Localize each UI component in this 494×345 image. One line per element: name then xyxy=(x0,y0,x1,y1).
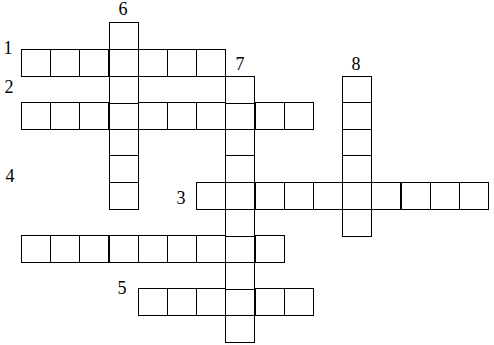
crossword-cell-r10c8[interactable] xyxy=(225,262,255,290)
crossword-board: 12345678 xyxy=(0,0,494,345)
crossword-cell-r6c12[interactable] xyxy=(342,155,372,183)
crossword-cell-r2c5[interactable] xyxy=(138,49,168,77)
crossword-cell-r4c1[interactable] xyxy=(21,102,51,130)
crossword-cell-r6c4[interactable] xyxy=(109,155,139,183)
crossword-cell-r8c12[interactable] xyxy=(342,209,372,237)
crossword-cell-r2c7[interactable] xyxy=(196,49,226,77)
crossword-cell-r7c12[interactable] xyxy=(342,182,372,210)
crossword-cell-r7c10[interactable] xyxy=(284,182,314,210)
crossword-cell-r3c12[interactable] xyxy=(342,76,372,104)
clue-number-1: 1 xyxy=(4,39,13,57)
crossword-cell-r7c15[interactable] xyxy=(430,182,460,210)
crossword-cell-r5c12[interactable] xyxy=(342,129,372,157)
clue-number-2: 2 xyxy=(5,78,14,96)
crossword-cell-r5c4[interactable] xyxy=(109,129,139,157)
crossword-cell-r2c6[interactable] xyxy=(167,49,197,77)
clue-number-8: 8 xyxy=(352,55,361,73)
crossword-cell-r2c2[interactable] xyxy=(50,49,80,77)
crossword-cell-r11c5[interactable] xyxy=(138,288,168,316)
crossword-cell-r12c8[interactable] xyxy=(225,315,255,343)
crossword-cell-r4c4[interactable] xyxy=(109,102,139,130)
clue-number-3: 3 xyxy=(177,189,186,207)
clue-number-5: 5 xyxy=(118,279,127,297)
crossword-cell-r9c8[interactable] xyxy=(225,235,255,263)
crossword-cell-r7c13[interactable] xyxy=(371,182,401,210)
crossword-cell-r4c5[interactable] xyxy=(138,102,168,130)
crossword-cell-r9c3[interactable] xyxy=(79,235,109,263)
crossword-cell-r11c6[interactable] xyxy=(167,288,197,316)
crossword-cell-r3c8[interactable] xyxy=(225,76,255,104)
crossword-cell-r8c8[interactable] xyxy=(225,209,255,237)
crossword-cell-r9c7[interactable] xyxy=(196,235,226,263)
crossword-cell-r6c8[interactable] xyxy=(225,155,255,183)
crossword-cell-r11c10[interactable] xyxy=(284,288,314,316)
crossword-cell-r1c4[interactable] xyxy=(109,22,139,50)
crossword-cell-r4c2[interactable] xyxy=(50,102,80,130)
crossword-cell-r9c2[interactable] xyxy=(50,235,80,263)
crossword-cell-r4c12[interactable] xyxy=(342,102,372,130)
crossword-cell-r11c7[interactable] xyxy=(196,288,226,316)
crossword-cell-r11c8[interactable] xyxy=(225,288,255,316)
crossword-cell-r7c9[interactable] xyxy=(255,182,285,210)
crossword-cell-r9c6[interactable] xyxy=(167,235,197,263)
crossword-cell-r4c7[interactable] xyxy=(196,102,226,130)
crossword-cell-r4c8[interactable] xyxy=(225,102,255,130)
crossword-cell-r7c16[interactable] xyxy=(459,182,489,210)
crossword-cell-r2c4[interactable] xyxy=(109,49,139,77)
crossword-cell-r4c6[interactable] xyxy=(167,102,197,130)
crossword-cell-r9c5[interactable] xyxy=(138,235,168,263)
crossword-cell-r9c9[interactable] xyxy=(255,235,285,263)
clue-number-6: 6 xyxy=(119,0,128,18)
clue-number-4: 4 xyxy=(6,167,15,185)
crossword-cell-r7c8[interactable] xyxy=(225,182,255,210)
crossword-cell-r7c7[interactable] xyxy=(196,182,226,210)
crossword-cell-r4c9[interactable] xyxy=(255,102,285,130)
crossword-cell-r4c3[interactable] xyxy=(79,102,109,130)
crossword-cell-r9c4[interactable] xyxy=(109,235,139,263)
crossword-cell-r2c3[interactable] xyxy=(79,49,109,77)
clue-number-7: 7 xyxy=(236,55,245,73)
crossword-cell-r2c1[interactable] xyxy=(21,49,51,77)
crossword-cell-r7c4[interactable] xyxy=(109,182,139,210)
crossword-cell-r7c11[interactable] xyxy=(313,182,343,210)
crossword-cell-r7c14[interactable] xyxy=(401,182,431,210)
crossword-cell-r9c1[interactable] xyxy=(21,235,51,263)
crossword-cell-r11c9[interactable] xyxy=(255,288,285,316)
crossword-cell-r3c4[interactable] xyxy=(109,76,139,104)
crossword-cell-r5c8[interactable] xyxy=(225,129,255,157)
crossword-cell-r4c10[interactable] xyxy=(284,102,314,130)
